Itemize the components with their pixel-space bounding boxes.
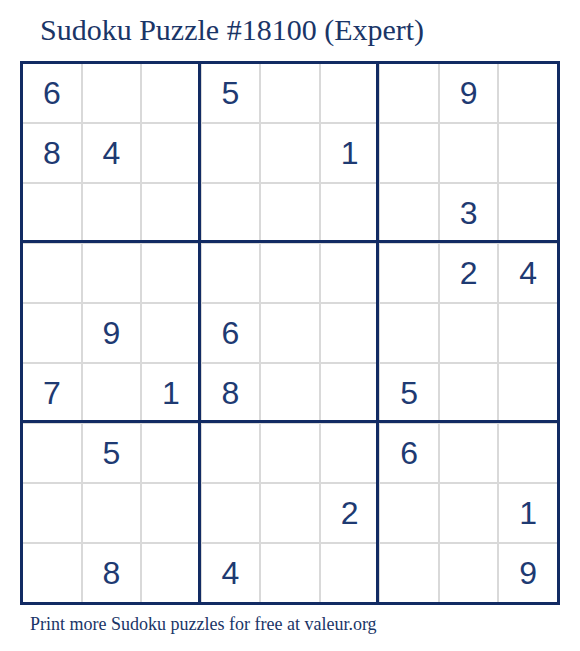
cell-r4c9: 4: [499, 244, 557, 302]
cell-r5c2: 9: [83, 304, 141, 362]
cell-r7c2: 5: [83, 424, 141, 482]
cell-r4c1: [23, 244, 81, 302]
cell-r3c4: [202, 184, 260, 242]
cell-r9c9: 9: [499, 544, 557, 602]
cell-r1c7: [380, 64, 438, 122]
cell-r2c1: 8: [23, 124, 81, 182]
cell-r8c7: [380, 484, 438, 542]
cell-r8c2: [83, 484, 141, 542]
cell-r7c4: [202, 424, 260, 482]
cell-r6c7: 5: [380, 364, 438, 422]
cell-r4c8: 2: [440, 244, 498, 302]
cell-r3c1: [23, 184, 81, 242]
cell-r8c4: [202, 484, 260, 542]
cell-r2c8: [440, 124, 498, 182]
cell-r6c1: 7: [23, 364, 81, 422]
cell-r2c6: 1: [321, 124, 379, 182]
cell-r1c3: [142, 64, 200, 122]
cell-r6c9: [499, 364, 557, 422]
cell-r9c4: 4: [202, 544, 260, 602]
cell-r3c3: [142, 184, 200, 242]
cell-r6c4: 8: [202, 364, 260, 422]
cell-r4c4: [202, 244, 260, 302]
cell-r9c5: [261, 544, 319, 602]
cell-r6c5: [261, 364, 319, 422]
cell-r4c6: [321, 244, 379, 302]
cell-r6c6: [321, 364, 379, 422]
cell-r8c9: 1: [499, 484, 557, 542]
cell-r1c8: 9: [440, 64, 498, 122]
cell-r7c1: [23, 424, 81, 482]
cell-r5c1: [23, 304, 81, 362]
cell-r9c1: [23, 544, 81, 602]
cell-r2c3: [142, 124, 200, 182]
cell-r6c3: 1: [142, 364, 200, 422]
cell-r1c2: [83, 64, 141, 122]
cell-r4c3: [142, 244, 200, 302]
cell-r7c7: 6: [380, 424, 438, 482]
cell-r2c7: [380, 124, 438, 182]
cell-r9c8: [440, 544, 498, 602]
sudoku-print-page: Sudoku Puzzle #18100 (Expert) 6598413249…: [0, 0, 580, 651]
cell-r4c5: [261, 244, 319, 302]
page-title: Sudoku Puzzle #18100 (Expert): [40, 13, 424, 47]
cell-r7c5: [261, 424, 319, 482]
cell-r5c3: [142, 304, 200, 362]
cell-r8c1: [23, 484, 81, 542]
cell-r1c9: [499, 64, 557, 122]
cell-r1c1: 6: [23, 64, 81, 122]
cell-r9c7: [380, 544, 438, 602]
cell-r3c2: [83, 184, 141, 242]
cell-r5c7: [380, 304, 438, 362]
cell-r5c5: [261, 304, 319, 362]
cell-r2c9: [499, 124, 557, 182]
cell-r7c9: [499, 424, 557, 482]
cell-r3c9: [499, 184, 557, 242]
cell-r1c4: 5: [202, 64, 260, 122]
footer-text: Print more Sudoku puzzles for free at va…: [30, 614, 377, 635]
cell-r3c7: [380, 184, 438, 242]
cell-r3c6: [321, 184, 379, 242]
cell-r5c4: 6: [202, 304, 260, 362]
cell-r5c8: [440, 304, 498, 362]
cell-r8c6: 2: [321, 484, 379, 542]
cell-r1c5: [261, 64, 319, 122]
cell-r3c5: [261, 184, 319, 242]
cell-r9c3: [142, 544, 200, 602]
cell-r7c8: [440, 424, 498, 482]
cell-r7c3: [142, 424, 200, 482]
cell-r6c2: [83, 364, 141, 422]
cell-r4c2: [83, 244, 141, 302]
cell-r5c6: [321, 304, 379, 362]
cell-r9c2: 8: [83, 544, 141, 602]
cell-r8c8: [440, 484, 498, 542]
cell-r3c8: 3: [440, 184, 498, 242]
cell-r9c6: [321, 544, 379, 602]
cell-r7c6: [321, 424, 379, 482]
cell-r8c3: [142, 484, 200, 542]
cell-r5c9: [499, 304, 557, 362]
cell-r8c5: [261, 484, 319, 542]
cell-r2c4: [202, 124, 260, 182]
sudoku-cells: 6598413249671855621849: [23, 64, 557, 602]
cell-r4c7: [380, 244, 438, 302]
cell-r2c2: 4: [83, 124, 141, 182]
sudoku-board: 6598413249671855621849: [20, 61, 560, 605]
cell-r2c5: [261, 124, 319, 182]
cell-r1c6: [321, 64, 379, 122]
cell-r6c8: [440, 364, 498, 422]
